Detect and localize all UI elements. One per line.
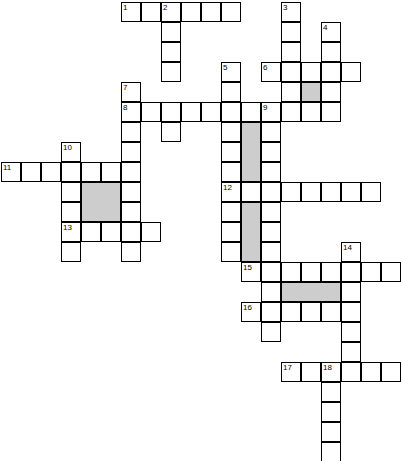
cell-r13-c12[interactable]: [241, 262, 261, 282]
cell-r7-c13[interactable]: [261, 142, 281, 162]
cell-r12-c6[interactable]: [121, 242, 141, 262]
cell-r8-c6[interactable]: [121, 162, 141, 182]
cell-r3-c13[interactable]: [261, 62, 281, 82]
cell-r4-c16[interactable]: [321, 82, 341, 102]
cell-r11-c13[interactable]: [261, 222, 281, 242]
cell-r19-c16[interactable]: [321, 382, 341, 402]
cell-r4-c11[interactable]: [221, 82, 241, 102]
cell-r11-c11[interactable]: [221, 222, 241, 242]
blocked-region-r10-c12: [241, 202, 261, 262]
cell-r9-c15[interactable]: [301, 182, 321, 202]
cell-r15-c13[interactable]: [261, 302, 281, 322]
cell-r14-c13[interactable]: [261, 282, 281, 302]
cell-r12-c17[interactable]: [341, 242, 361, 262]
blocked-region-r4-c15: [301, 82, 321, 102]
cell-r8-c2[interactable]: [41, 162, 61, 182]
cell-r11-c7[interactable]: [141, 222, 161, 242]
cell-r3-c14[interactable]: [281, 62, 301, 82]
cell-r15-c12[interactable]: [241, 302, 261, 322]
cell-r8-c13[interactable]: [261, 162, 281, 182]
cell-r6-c8[interactable]: [161, 122, 181, 142]
cell-r2-c14[interactable]: [281, 42, 301, 62]
cell-r10-c6[interactable]: [121, 202, 141, 222]
cell-r13-c13[interactable]: [261, 262, 281, 282]
cell-r8-c3[interactable]: [61, 162, 81, 182]
cell-r11-c3[interactable]: [61, 222, 81, 242]
cell-r5-c9[interactable]: [181, 102, 201, 122]
cell-r10-c3[interactable]: [61, 202, 81, 222]
cell-r12-c11[interactable]: [221, 242, 241, 262]
cell-r0-c10[interactable]: [201, 2, 221, 22]
cell-r18-c16[interactable]: [321, 362, 341, 382]
cell-r1-c14[interactable]: [281, 22, 301, 42]
blocked-region-r6-c12: [241, 122, 261, 182]
cell-r0-c11[interactable]: [221, 2, 241, 22]
cell-r9-c18[interactable]: [361, 182, 381, 202]
cell-r2-c8[interactable]: [161, 42, 181, 62]
cell-r1-c8[interactable]: [161, 22, 181, 42]
cell-r16-c13[interactable]: [261, 322, 281, 342]
cell-r3-c11[interactable]: [221, 62, 241, 82]
cell-r0-c9[interactable]: [181, 2, 201, 22]
cell-r4-c6[interactable]: [121, 82, 141, 102]
cell-r7-c3[interactable]: [61, 142, 81, 162]
cell-r8-c11[interactable]: [221, 162, 241, 182]
cell-r9-c3[interactable]: [61, 182, 81, 202]
cell-r3-c17[interactable]: [341, 62, 361, 82]
cell-r5-c8[interactable]: [161, 102, 181, 122]
cell-r9-c16[interactable]: [321, 182, 341, 202]
cell-r7-c6[interactable]: [121, 142, 141, 162]
cell-r0-c8[interactable]: [161, 2, 181, 22]
cell-r13-c16[interactable]: [321, 262, 341, 282]
cell-r5-c16[interactable]: [321, 102, 341, 122]
cell-r0-c6[interactable]: [121, 2, 141, 22]
cell-r10-c11[interactable]: [221, 202, 241, 222]
cell-r8-c4[interactable]: [81, 162, 101, 182]
cell-r16-c17[interactable]: [341, 322, 361, 342]
cell-r13-c14[interactable]: [281, 262, 301, 282]
crossword-board: 123456789101112131415161718: [1, 2, 401, 461]
cell-r10-c13[interactable]: [261, 202, 281, 222]
cell-r9-c13[interactable]: [261, 182, 281, 202]
cell-r13-c17[interactable]: [341, 262, 361, 282]
cell-r5-c10[interactable]: [201, 102, 221, 122]
cell-r12-c3[interactable]: [61, 242, 81, 262]
cell-r4-c14[interactable]: [281, 82, 301, 102]
cell-r5-c14[interactable]: [281, 102, 301, 122]
cell-r0-c14[interactable]: [281, 2, 301, 22]
cell-r5-c15[interactable]: [301, 102, 321, 122]
cell-r13-c18[interactable]: [361, 262, 381, 282]
cell-r21-c16[interactable]: [321, 422, 341, 442]
cell-r15-c17[interactable]: [341, 302, 361, 322]
cell-r13-c19[interactable]: [381, 262, 401, 282]
cell-r5-c6[interactable]: [121, 102, 141, 122]
cell-r8-c0[interactable]: [1, 162, 21, 182]
cell-r20-c16[interactable]: [321, 402, 341, 422]
cell-r3-c15[interactable]: [301, 62, 321, 82]
cell-r6-c6[interactable]: [121, 122, 141, 142]
cell-r9-c12[interactable]: [241, 182, 261, 202]
cell-r1-c16[interactable]: [321, 22, 341, 42]
cell-r18-c17[interactable]: [341, 362, 361, 382]
cell-r5-c13[interactable]: [261, 102, 281, 122]
cell-r9-c17[interactable]: [341, 182, 361, 202]
blocked-region-r9-c4: [81, 182, 121, 222]
cell-r9-c14[interactable]: [281, 182, 301, 202]
cell-r13-c15[interactable]: [301, 262, 321, 282]
cell-r15-c15[interactable]: [301, 302, 321, 322]
cell-r3-c16[interactable]: [321, 62, 341, 82]
cell-r11-c6[interactable]: [121, 222, 141, 242]
cell-r18-c15[interactable]: [301, 362, 321, 382]
cell-r6-c11[interactable]: [221, 122, 241, 142]
cell-r9-c11[interactable]: [221, 182, 241, 202]
cell-r8-c1[interactable]: [21, 162, 41, 182]
cell-r7-c11[interactable]: [221, 142, 241, 162]
cell-r9-c6[interactable]: [121, 182, 141, 202]
cell-r6-c13[interactable]: [261, 122, 281, 142]
cell-r18-c19[interactable]: [381, 362, 401, 382]
cell-r22-c16[interactable]: [321, 442, 341, 461]
cell-r5-c7[interactable]: [141, 102, 161, 122]
blocked-region-r14-c14: [281, 282, 341, 302]
cell-r18-c14[interactable]: [281, 362, 301, 382]
cell-r15-c16[interactable]: [321, 302, 341, 322]
cell-r8-c5[interactable]: [101, 162, 121, 182]
cell-r2-c16[interactable]: [321, 42, 341, 62]
cell-r0-c7[interactable]: [141, 2, 161, 22]
cell-r5-c12[interactable]: [241, 102, 261, 122]
cell-r11-c4[interactable]: [81, 222, 101, 242]
cell-r17-c17[interactable]: [341, 342, 361, 362]
cell-r15-c14[interactable]: [281, 302, 301, 322]
cell-r5-c11[interactable]: [221, 102, 241, 122]
cell-r3-c8[interactable]: [161, 62, 181, 82]
cell-r11-c5[interactable]: [101, 222, 121, 242]
cell-r18-c18[interactable]: [361, 362, 381, 382]
cell-r14-c17[interactable]: [341, 282, 361, 302]
cell-r12-c13[interactable]: [261, 242, 281, 262]
